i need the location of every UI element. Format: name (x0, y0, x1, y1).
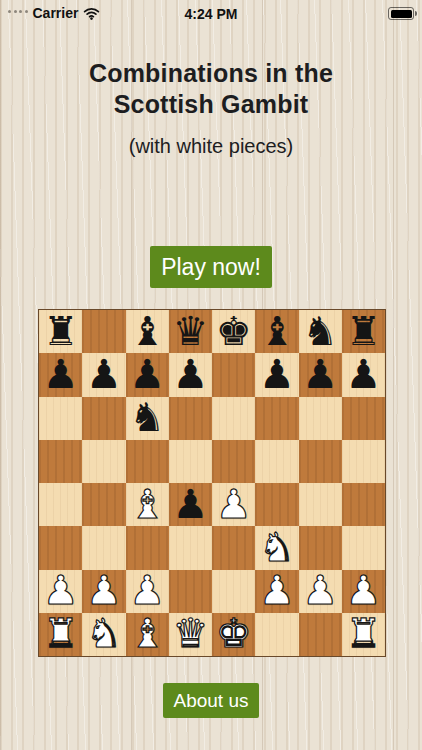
square-f2: ♟ (255, 570, 298, 613)
white-pawn-f2: ♟ (259, 570, 295, 610)
black-pawn-f7: ♟ (259, 354, 295, 394)
black-pawn-c7: ♟ (129, 354, 165, 394)
black-pawn-a7: ♟ (43, 354, 79, 394)
square-h7: ♟ (342, 353, 385, 396)
square-g7: ♟ (299, 353, 342, 396)
square-h2: ♟ (342, 570, 385, 613)
square-c6: ♞ (126, 397, 169, 440)
square-c8: ♝ (126, 310, 169, 353)
black-queen-d8: ♛ (172, 311, 208, 351)
white-rook-h1: ♜ (345, 613, 381, 653)
square-e6 (212, 397, 255, 440)
black-pawn-h7: ♟ (345, 354, 381, 394)
square-d2 (169, 570, 212, 613)
square-a4 (39, 483, 82, 526)
black-king-e8: ♚ (216, 311, 252, 351)
square-g1 (299, 613, 342, 656)
square-g8: ♞ (299, 310, 342, 353)
square-d8: ♛ (169, 310, 212, 353)
white-king-e1: ♚ (216, 613, 252, 653)
status-bar: Carrier 4:24 PM (0, 0, 422, 24)
square-d6 (169, 397, 212, 440)
black-rook-h8: ♜ (345, 311, 381, 351)
black-knight-c6: ♞ (129, 397, 165, 437)
square-e5 (212, 440, 255, 483)
title-line-1: Combinations in the (89, 59, 333, 87)
square-g2: ♟ (299, 570, 342, 613)
square-f5 (255, 440, 298, 483)
battery-fill (391, 10, 412, 18)
square-f3: ♞ (255, 526, 298, 569)
square-e4: ♟ (212, 483, 255, 526)
square-b3 (82, 526, 125, 569)
black-bishop-c8: ♝ (129, 311, 165, 351)
square-b2: ♟ (82, 570, 125, 613)
chess-board: ♜♝♛♚♝♞♜♟♟♟♟♟♟♟♞♝♟♟♞♟♟♟♟♟♟♜♞♝♛♚♜ (38, 309, 386, 657)
square-c3 (126, 526, 169, 569)
square-a1: ♜ (39, 613, 82, 656)
app-screen: Carrier 4:24 PM Combinations in the Scot… (0, 0, 422, 750)
square-d3 (169, 526, 212, 569)
square-g6 (299, 397, 342, 440)
black-pawn-d7: ♟ (172, 354, 208, 394)
square-e1: ♚ (212, 613, 255, 656)
square-c7: ♟ (126, 353, 169, 396)
black-pawn-g7: ♟ (302, 354, 338, 394)
title-line-2: Scottish Gambit (114, 90, 309, 118)
square-d5 (169, 440, 212, 483)
square-g4 (299, 483, 342, 526)
square-a6 (39, 397, 82, 440)
battery-nub (415, 11, 417, 16)
square-a3 (39, 526, 82, 569)
white-queen-d1: ♛ (172, 613, 208, 653)
square-d7: ♟ (169, 353, 212, 396)
square-f8: ♝ (255, 310, 298, 353)
black-pawn-d4: ♟ (172, 484, 208, 524)
white-knight-f3: ♞ (259, 527, 295, 567)
square-a7: ♟ (39, 353, 82, 396)
page-subtitle: (with white pieces) (0, 135, 422, 158)
square-g3 (299, 526, 342, 569)
square-h6 (342, 397, 385, 440)
black-bishop-f8: ♝ (259, 311, 295, 351)
square-a5 (39, 440, 82, 483)
square-e8: ♚ (212, 310, 255, 353)
black-knight-g8: ♞ (302, 311, 338, 351)
square-e7 (212, 353, 255, 396)
status-left-group: Carrier (8, 5, 100, 21)
square-b5 (82, 440, 125, 483)
square-e2 (212, 570, 255, 613)
square-f4 (255, 483, 298, 526)
square-a2: ♟ (39, 570, 82, 613)
square-c2: ♟ (126, 570, 169, 613)
square-f1 (255, 613, 298, 656)
black-rook-a8: ♜ (43, 311, 79, 351)
white-pawn-e4: ♟ (216, 484, 252, 524)
play-now-button[interactable]: Play now! (150, 246, 272, 288)
white-bishop-c1: ♝ (129, 613, 165, 653)
white-bishop-c4: ♝ (129, 484, 165, 524)
square-d1: ♛ (169, 613, 212, 656)
about-us-button[interactable]: About us (163, 683, 259, 718)
square-h1: ♜ (342, 613, 385, 656)
square-b8 (82, 310, 125, 353)
square-c5 (126, 440, 169, 483)
square-b6 (82, 397, 125, 440)
white-knight-b1: ♞ (86, 613, 122, 653)
page-title: Combinations in the Scottish Gambit (0, 58, 422, 120)
square-b4 (82, 483, 125, 526)
square-a8: ♜ (39, 310, 82, 353)
white-pawn-g2: ♟ (302, 570, 338, 610)
white-pawn-c2: ♟ (129, 570, 165, 610)
square-f7: ♟ (255, 353, 298, 396)
square-h8: ♜ (342, 310, 385, 353)
white-rook-a1: ♜ (43, 613, 79, 653)
carrier-label: Carrier (33, 5, 79, 21)
white-pawn-a2: ♟ (43, 570, 79, 610)
square-h4 (342, 483, 385, 526)
square-b1: ♞ (82, 613, 125, 656)
square-e3 (212, 526, 255, 569)
square-b7: ♟ (82, 353, 125, 396)
square-g5 (299, 440, 342, 483)
square-c1: ♝ (126, 613, 169, 656)
cell-signal-dots-icon (8, 10, 28, 16)
square-d4: ♟ (169, 483, 212, 526)
wifi-icon (83, 7, 100, 20)
square-f6 (255, 397, 298, 440)
white-pawn-h2: ♟ (345, 570, 381, 610)
square-h5 (342, 440, 385, 483)
white-pawn-b2: ♟ (86, 570, 122, 610)
square-c4: ♝ (126, 483, 169, 526)
black-pawn-b7: ♟ (86, 354, 122, 394)
battery-icon (388, 7, 414, 20)
square-h3 (342, 526, 385, 569)
